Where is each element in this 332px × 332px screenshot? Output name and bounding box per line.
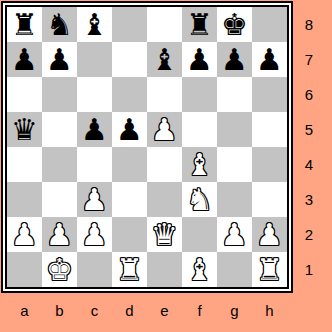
white-pawn-icon: ♟ <box>221 217 248 252</box>
square-b1[interactable]: ♚ <box>42 252 77 287</box>
white-pawn-icon: ♟ <box>151 112 178 147</box>
square-d8[interactable] <box>112 7 147 42</box>
file-label-c: c <box>77 294 112 326</box>
square-c7[interactable] <box>77 42 112 77</box>
square-d3[interactable] <box>112 182 147 217</box>
square-f2[interactable] <box>182 217 217 252</box>
square-a1[interactable] <box>7 252 42 287</box>
file-label-g: g <box>217 294 252 326</box>
white-king-icon: ♚ <box>46 252 73 287</box>
square-c1[interactable] <box>77 252 112 287</box>
square-f5[interactable] <box>182 112 217 147</box>
black-queen-icon: ♛ <box>11 112 38 147</box>
black-pawn-icon: ♟ <box>81 112 108 147</box>
square-h3[interactable] <box>252 182 287 217</box>
white-knight-icon: ♞ <box>186 182 213 217</box>
square-f1[interactable]: ♝ <box>182 252 217 287</box>
square-e8[interactable] <box>147 7 182 42</box>
rank-label-4: 4 <box>296 147 322 182</box>
black-pawn-icon: ♟ <box>256 42 283 77</box>
white-queen-icon: ♛ <box>151 217 178 252</box>
square-f3[interactable]: ♞ <box>182 182 217 217</box>
black-pawn-icon: ♟ <box>221 42 248 77</box>
square-d6[interactable] <box>112 77 147 112</box>
white-pawn-icon: ♟ <box>81 217 108 252</box>
white-rook-icon: ♜ <box>116 252 143 287</box>
board-inner-frame: ♜♞♝♜♚♟♟♝♟♟♟♛♟♟♟♝♟♞♟♟♟♛♟♟♚♜♝♜ <box>5 5 289 289</box>
black-rook-icon: ♜ <box>11 7 38 42</box>
white-pawn-icon: ♟ <box>256 217 283 252</box>
rank-label-7: 7 <box>296 42 322 77</box>
square-c4[interactable] <box>77 147 112 182</box>
black-bishop-icon: ♝ <box>81 7 108 42</box>
file-label-h: h <box>252 294 287 326</box>
white-rook-icon: ♜ <box>256 252 283 287</box>
square-b3[interactable] <box>42 182 77 217</box>
white-bishop-icon: ♝ <box>186 252 213 287</box>
black-bishop-icon: ♝ <box>151 42 178 77</box>
file-label-f: f <box>182 294 217 326</box>
square-h8[interactable] <box>252 7 287 42</box>
rank-label-6: 6 <box>296 77 322 112</box>
square-b4[interactable] <box>42 147 77 182</box>
square-h5[interactable] <box>252 112 287 147</box>
rank-label-2: 2 <box>296 217 322 252</box>
rank-labels: 87654321 <box>296 7 322 287</box>
black-rook-icon: ♜ <box>186 7 213 42</box>
white-bishop-icon: ♝ <box>186 147 213 182</box>
black-pawn-icon: ♟ <box>116 112 143 147</box>
square-e3[interactable] <box>147 182 182 217</box>
square-a7[interactable]: ♟ <box>7 42 42 77</box>
file-label-b: b <box>42 294 77 326</box>
board-frame: ♜♞♝♜♚♟♟♝♟♟♟♛♟♟♟♝♟♞♟♟♟♛♟♟♚♜♝♜ <box>1 1 293 293</box>
square-g4[interactable] <box>217 147 252 182</box>
square-a8[interactable]: ♜ <box>7 7 42 42</box>
square-a3[interactable] <box>7 182 42 217</box>
square-g3[interactable] <box>217 182 252 217</box>
chess-board: ♜♞♝♜♚♟♟♝♟♟♟♛♟♟♟♝♟♞♟♟♟♛♟♟♚♜♝♜ <box>7 7 287 287</box>
square-f7[interactable]: ♟ <box>182 42 217 77</box>
rank-label-5: 5 <box>296 112 322 147</box>
square-f4[interactable]: ♝ <box>182 147 217 182</box>
square-h4[interactable] <box>252 147 287 182</box>
square-e7[interactable]: ♝ <box>147 42 182 77</box>
square-c5[interactable]: ♟ <box>77 112 112 147</box>
square-c3[interactable]: ♟ <box>77 182 112 217</box>
white-pawn-icon: ♟ <box>11 217 38 252</box>
black-knight-icon: ♞ <box>46 7 73 42</box>
square-b2[interactable]: ♟ <box>42 217 77 252</box>
square-e6[interactable] <box>147 77 182 112</box>
square-g1[interactable] <box>217 252 252 287</box>
square-e5[interactable]: ♟ <box>147 112 182 147</box>
file-label-d: d <box>112 294 147 326</box>
square-d2[interactable] <box>112 217 147 252</box>
square-b8[interactable]: ♞ <box>42 7 77 42</box>
square-d5[interactable]: ♟ <box>112 112 147 147</box>
square-e4[interactable] <box>147 147 182 182</box>
square-f8[interactable]: ♜ <box>182 7 217 42</box>
black-pawn-icon: ♟ <box>11 42 38 77</box>
square-e1[interactable] <box>147 252 182 287</box>
square-d7[interactable] <box>112 42 147 77</box>
square-h1[interactable]: ♜ <box>252 252 287 287</box>
square-c8[interactable]: ♝ <box>77 7 112 42</box>
square-a5[interactable]: ♛ <box>7 112 42 147</box>
white-pawn-icon: ♟ <box>81 182 108 217</box>
square-b7[interactable]: ♟ <box>42 42 77 77</box>
square-f6[interactable] <box>182 77 217 112</box>
square-c2[interactable]: ♟ <box>77 217 112 252</box>
black-king-icon: ♚ <box>221 7 248 42</box>
square-g6[interactable] <box>217 77 252 112</box>
file-label-e: e <box>147 294 182 326</box>
square-g5[interactable] <box>217 112 252 147</box>
file-labels: abcdefgh <box>7 294 287 326</box>
rank-label-3: 3 <box>296 182 322 217</box>
rank-label-8: 8 <box>296 7 322 42</box>
black-pawn-icon: ♟ <box>46 42 73 77</box>
square-h7[interactable]: ♟ <box>252 42 287 77</box>
square-g8[interactable]: ♚ <box>217 7 252 42</box>
square-g2[interactable]: ♟ <box>217 217 252 252</box>
square-c6[interactable] <box>77 77 112 112</box>
rank-label-1: 1 <box>296 252 322 287</box>
chess-diagram: ♜♞♝♜♚♟♟♝♟♟♟♛♟♟♟♝♟♞♟♟♟♛♟♟♚♜♝♜ 87654321 ab… <box>0 0 332 332</box>
square-g7[interactable]: ♟ <box>217 42 252 77</box>
square-a2[interactable]: ♟ <box>7 217 42 252</box>
square-d1[interactable]: ♜ <box>112 252 147 287</box>
file-label-a: a <box>7 294 42 326</box>
square-b6[interactable] <box>42 77 77 112</box>
square-d4[interactable] <box>112 147 147 182</box>
square-b5[interactable] <box>42 112 77 147</box>
black-pawn-icon: ♟ <box>186 42 213 77</box>
white-pawn-icon: ♟ <box>46 217 73 252</box>
square-a6[interactable] <box>7 77 42 112</box>
square-h6[interactable] <box>252 77 287 112</box>
square-a4[interactable] <box>7 147 42 182</box>
square-e2[interactable]: ♛ <box>147 217 182 252</box>
square-h2[interactable]: ♟ <box>252 217 287 252</box>
